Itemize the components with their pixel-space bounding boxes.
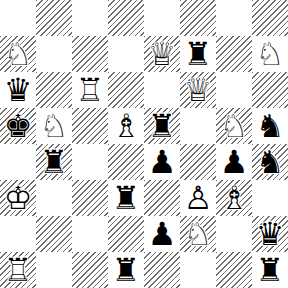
square-h4[interactable]: ♞♞ <box>252 144 288 180</box>
square-d7[interactable] <box>108 36 144 72</box>
square-a6[interactable]: ♛♛ <box>0 72 36 108</box>
white-queen-fill: ♛ <box>180 72 216 108</box>
white-knight-fill: ♞ <box>36 108 72 144</box>
square-d2[interactable] <box>108 216 144 252</box>
square-a7[interactable]: ♞♘ <box>0 36 36 72</box>
black-knight: ♞ <box>252 144 288 180</box>
white-rook-fill: ♜ <box>72 72 108 108</box>
white-knight-fill: ♞ <box>180 216 216 252</box>
square-d5[interactable]: ♝♗ <box>108 108 144 144</box>
square-c4[interactable] <box>72 144 108 180</box>
square-d6[interactable] <box>108 72 144 108</box>
white-queen: ♕ <box>144 36 180 72</box>
square-b6[interactable] <box>36 72 72 108</box>
square-b8[interactable] <box>36 0 72 36</box>
square-h2[interactable]: ♛♛ <box>252 216 288 252</box>
square-d8[interactable] <box>108 0 144 36</box>
square-e3[interactable] <box>144 180 180 216</box>
square-e4[interactable]: ♟♟ <box>144 144 180 180</box>
black-queen: ♛ <box>0 72 36 108</box>
square-c5[interactable] <box>72 108 108 144</box>
black-rook-fill: ♜ <box>108 180 144 216</box>
square-g1[interactable] <box>216 252 252 288</box>
black-rook: ♜ <box>108 252 144 288</box>
white-knight: ♘ <box>252 36 288 72</box>
black-pawn: ♟ <box>144 144 180 180</box>
square-a8[interactable] <box>0 0 36 36</box>
square-d4[interactable] <box>108 144 144 180</box>
black-pawn-fill: ♟ <box>144 144 180 180</box>
square-h5[interactable]: ♞♞ <box>252 108 288 144</box>
square-g5[interactable]: ♞♘ <box>216 108 252 144</box>
square-g8[interactable] <box>216 0 252 36</box>
square-f5[interactable] <box>180 108 216 144</box>
square-f3[interactable]: ♟♙ <box>180 180 216 216</box>
white-bishop: ♗ <box>108 108 144 144</box>
square-f2[interactable]: ♞♘ <box>180 216 216 252</box>
black-knight: ♞ <box>252 108 288 144</box>
square-f1[interactable] <box>180 252 216 288</box>
square-c2[interactable] <box>72 216 108 252</box>
black-rook: ♜ <box>36 144 72 180</box>
square-f7[interactable]: ♜♜ <box>180 36 216 72</box>
square-a5[interactable]: ♚♚ <box>0 108 36 144</box>
black-king-fill: ♚ <box>0 108 36 144</box>
white-knight: ♘ <box>216 108 252 144</box>
square-h1[interactable]: ♜♜ <box>252 252 288 288</box>
black-rook-fill: ♜ <box>180 36 216 72</box>
square-b7[interactable] <box>36 36 72 72</box>
square-e8[interactable] <box>144 0 180 36</box>
square-a1[interactable]: ♜♖ <box>0 252 36 288</box>
square-d1[interactable]: ♜♜ <box>108 252 144 288</box>
square-d3[interactable]: ♜♜ <box>108 180 144 216</box>
white-queen: ♕ <box>180 72 216 108</box>
black-rook-fill: ♜ <box>252 252 288 288</box>
square-h7[interactable]: ♞♘ <box>252 36 288 72</box>
square-a2[interactable] <box>0 216 36 252</box>
black-rook-fill: ♜ <box>144 108 180 144</box>
white-bishop: ♗ <box>216 180 252 216</box>
black-pawn-fill: ♟ <box>216 144 252 180</box>
square-h3[interactable] <box>252 180 288 216</box>
white-bishop-fill: ♝ <box>216 180 252 216</box>
chess-board: ♞♘♛♕♜♜♞♘♛♛♜♖♛♕♚♚♞♘♝♗♜♜♞♘♞♞♜♜♟♟♟♟♞♞♚♔♜♜♟♙… <box>0 0 288 288</box>
white-knight-fill: ♞ <box>0 36 36 72</box>
square-e7[interactable]: ♛♕ <box>144 36 180 72</box>
black-rook: ♜ <box>252 252 288 288</box>
white-knight-fill: ♞ <box>252 36 288 72</box>
square-e6[interactable] <box>144 72 180 108</box>
white-rook: ♖ <box>0 252 36 288</box>
white-rook-fill: ♜ <box>0 252 36 288</box>
square-b3[interactable] <box>36 180 72 216</box>
black-knight-fill: ♞ <box>252 108 288 144</box>
square-a4[interactable] <box>0 144 36 180</box>
square-g2[interactable] <box>216 216 252 252</box>
black-queen: ♛ <box>252 216 288 252</box>
white-pawn: ♙ <box>180 180 216 216</box>
white-knight-fill: ♞ <box>216 108 252 144</box>
white-queen-fill: ♛ <box>144 36 180 72</box>
black-pawn: ♟ <box>216 144 252 180</box>
square-g7[interactable] <box>216 36 252 72</box>
square-c1[interactable] <box>72 252 108 288</box>
square-g6[interactable] <box>216 72 252 108</box>
square-c7[interactable] <box>72 36 108 72</box>
square-b4[interactable]: ♜♜ <box>36 144 72 180</box>
square-g4[interactable]: ♟♟ <box>216 144 252 180</box>
square-e2[interactable]: ♟♟ <box>144 216 180 252</box>
black-queen-fill: ♛ <box>252 216 288 252</box>
square-c6[interactable]: ♜♖ <box>72 72 108 108</box>
black-knight-fill: ♞ <box>252 144 288 180</box>
square-b2[interactable] <box>36 216 72 252</box>
white-king-fill: ♚ <box>0 180 36 216</box>
square-e1[interactable] <box>144 252 180 288</box>
black-rook-fill: ♜ <box>36 144 72 180</box>
square-h6[interactable] <box>252 72 288 108</box>
white-pawn-fill: ♟ <box>180 180 216 216</box>
white-bishop-fill: ♝ <box>108 108 144 144</box>
square-c3[interactable] <box>72 180 108 216</box>
square-f8[interactable] <box>180 0 216 36</box>
square-f4[interactable] <box>180 144 216 180</box>
white-rook: ♖ <box>72 72 108 108</box>
white-knight: ♘ <box>180 216 216 252</box>
square-b1[interactable] <box>36 252 72 288</box>
square-c8[interactable] <box>72 0 108 36</box>
black-rook: ♜ <box>144 108 180 144</box>
black-rook: ♜ <box>180 36 216 72</box>
white-king: ♔ <box>0 180 36 216</box>
square-a3[interactable]: ♚♔ <box>0 180 36 216</box>
square-g3[interactable]: ♝♗ <box>216 180 252 216</box>
square-b5[interactable]: ♞♘ <box>36 108 72 144</box>
white-knight: ♘ <box>36 108 72 144</box>
white-knight: ♘ <box>0 36 36 72</box>
black-rook-fill: ♜ <box>108 252 144 288</box>
black-pawn-fill: ♟ <box>144 216 180 252</box>
square-f6[interactable]: ♛♕ <box>180 72 216 108</box>
square-e5[interactable]: ♜♜ <box>144 108 180 144</box>
square-h8[interactable] <box>252 0 288 36</box>
black-pawn: ♟ <box>144 216 180 252</box>
black-king: ♚ <box>0 108 36 144</box>
black-rook: ♜ <box>108 180 144 216</box>
black-queen-fill: ♛ <box>0 72 36 108</box>
